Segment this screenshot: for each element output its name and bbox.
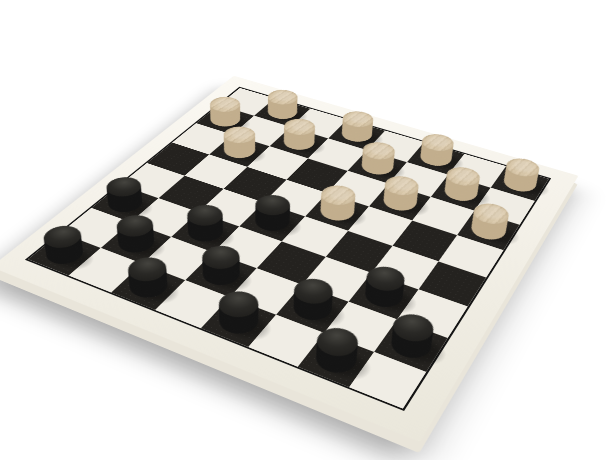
product-photo-scene <box>0 0 610 460</box>
square-h3 <box>457 211 519 251</box>
board-surface <box>0 76 578 442</box>
checkers-board <box>0 76 578 442</box>
